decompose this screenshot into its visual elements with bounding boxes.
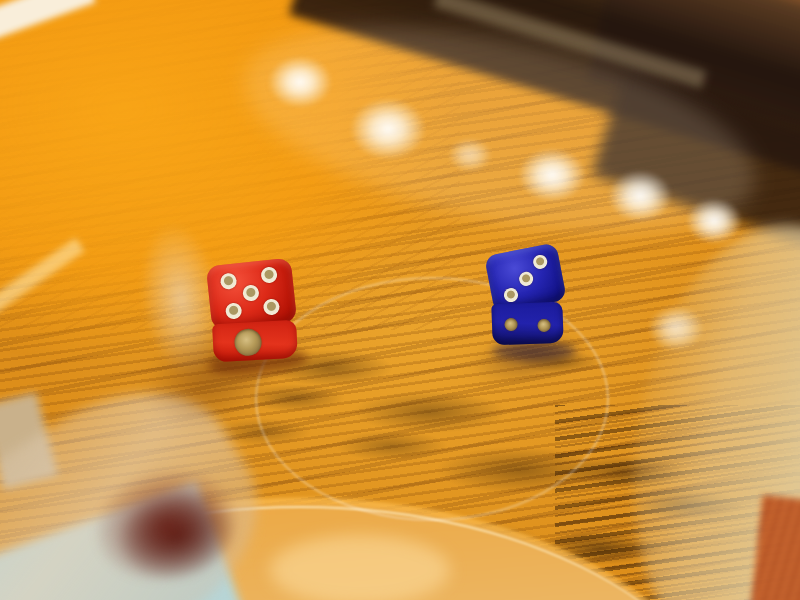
bowl-wall-sheen	[270, 535, 450, 600]
die-pip	[532, 254, 548, 270]
die-pip	[537, 318, 550, 331]
die-pip	[263, 299, 281, 317]
red-die-top-face	[206, 258, 297, 331]
light-reflection	[518, 148, 586, 202]
photo-dice-in-glass-bowl	[0, 0, 800, 600]
die-pip	[242, 284, 260, 302]
die-pip	[220, 272, 238, 290]
light-reflection	[448, 138, 492, 172]
die-pip	[225, 302, 243, 320]
light-reflection	[350, 98, 426, 160]
red-die	[206, 258, 300, 360]
die-pip	[234, 328, 262, 356]
light-reflection	[608, 170, 672, 222]
blue-die	[486, 246, 566, 344]
red-die-front-face	[212, 320, 298, 362]
die-pip	[260, 266, 278, 284]
die-pip	[503, 287, 519, 303]
die-pip	[518, 271, 534, 287]
light-reflection	[648, 305, 704, 351]
light-reflection	[268, 56, 332, 108]
blue-die-front-face	[491, 302, 563, 345]
light-reflection	[686, 198, 742, 244]
die-pip	[504, 318, 517, 331]
